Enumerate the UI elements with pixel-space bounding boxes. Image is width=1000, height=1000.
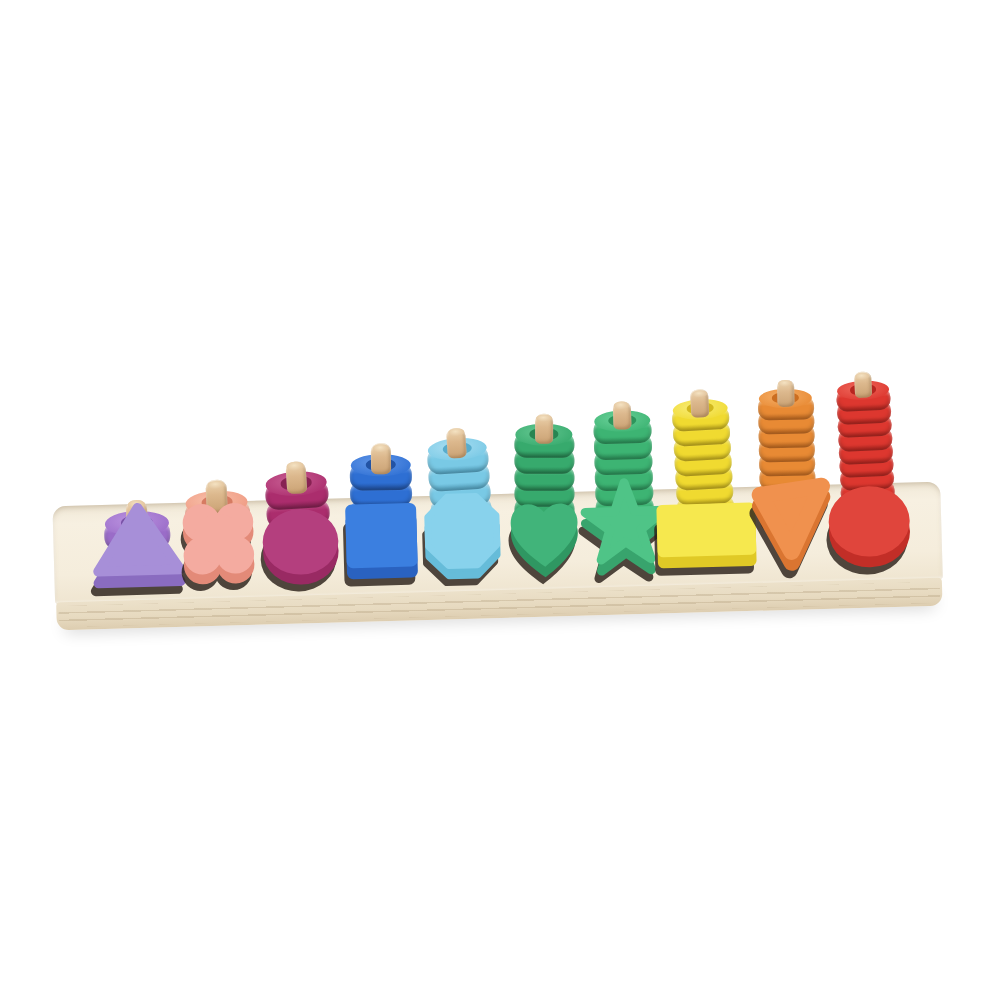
wood-peg [285, 460, 307, 493]
counting-ring [671, 405, 729, 432]
shape-block-triangle [91, 499, 184, 611]
counting-ring [757, 396, 813, 421]
shape-block-wedge [744, 476, 831, 593]
wood-peg [371, 443, 391, 474]
shape-block-octagon [420, 489, 505, 602]
counting-ring [836, 386, 891, 411]
wood-peg [535, 414, 554, 444]
counting-ring [350, 462, 412, 490]
wood-peg [854, 372, 872, 399]
shape-block-circle [823, 482, 916, 591]
shape-block-heart [499, 485, 590, 600]
shape-block-circle [257, 505, 344, 606]
wood-peg [690, 390, 709, 419]
counting-ring [426, 444, 488, 475]
wood-peg [446, 427, 467, 459]
counting-ring [514, 431, 574, 457]
shape-block-flower [177, 497, 262, 609]
wooden-board [52, 482, 943, 631]
wood-peg [776, 380, 794, 407]
counting-ring [593, 417, 652, 444]
shape-block-square [340, 499, 423, 605]
product-photo [0, 0, 1000, 1000]
columns [52, 482, 943, 631]
wood-peg [613, 401, 632, 430]
